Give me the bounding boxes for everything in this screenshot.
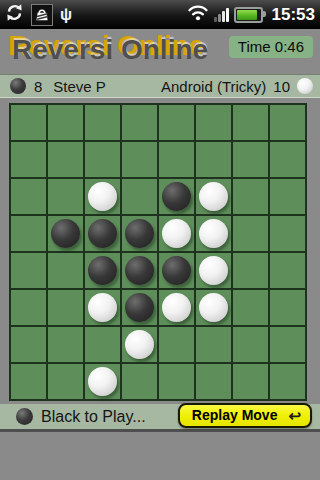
white-disc xyxy=(125,330,154,359)
cell-a3[interactable] xyxy=(11,179,46,214)
black-player-name: Steve P xyxy=(53,78,106,95)
cell-h4[interactable] xyxy=(270,216,305,251)
cell-a7[interactable] xyxy=(11,327,46,362)
status-bar-right: 15:53 xyxy=(187,4,315,25)
cell-g5[interactable] xyxy=(233,253,268,288)
cell-c3[interactable] xyxy=(85,179,120,214)
cell-h5[interactable] xyxy=(270,253,305,288)
cell-b4[interactable] xyxy=(48,216,83,251)
footer-bar: Black to Play... Replay Move ↩ xyxy=(0,404,320,432)
cell-g3[interactable] xyxy=(233,179,268,214)
cell-b1[interactable] xyxy=(48,105,83,140)
white-disc xyxy=(199,219,228,248)
cell-f3[interactable] xyxy=(196,179,231,214)
black-disc xyxy=(88,219,117,248)
cell-a5[interactable] xyxy=(11,253,46,288)
cell-g6[interactable] xyxy=(233,290,268,325)
board xyxy=(9,103,307,401)
status-bar-left: ψ xyxy=(5,3,72,26)
cell-c2[interactable] xyxy=(85,142,120,177)
cell-b8[interactable] xyxy=(48,364,83,399)
black-disc xyxy=(162,256,191,285)
cell-d6[interactable] xyxy=(122,290,157,325)
cell-c1[interactable] xyxy=(85,105,120,140)
cell-e5[interactable] xyxy=(159,253,194,288)
cell-g8[interactable] xyxy=(233,364,268,399)
cell-h8[interactable] xyxy=(270,364,305,399)
undo-arrow-icon: ↩ xyxy=(288,408,301,423)
black-disc xyxy=(125,219,154,248)
cell-b2[interactable] xyxy=(48,142,83,177)
status-bar: ψ 15:53 xyxy=(0,0,320,29)
replay-move-label: Replay Move xyxy=(192,407,278,423)
cell-c4[interactable] xyxy=(85,216,120,251)
white-disc xyxy=(199,256,228,285)
cell-b3[interactable] xyxy=(48,179,83,214)
cell-a1[interactable] xyxy=(11,105,46,140)
cell-d2[interactable] xyxy=(122,142,157,177)
replay-move-button[interactable]: Replay Move ↩ xyxy=(178,403,312,428)
cell-e2[interactable] xyxy=(159,142,194,177)
cell-d4[interactable] xyxy=(122,216,157,251)
black-score: 8 xyxy=(34,78,42,95)
black-player-disc-icon xyxy=(10,78,26,94)
cell-d7[interactable] xyxy=(122,327,157,362)
white-disc xyxy=(199,182,228,211)
white-score: 10 xyxy=(273,78,290,95)
cell-b7[interactable] xyxy=(48,327,83,362)
cell-f1[interactable] xyxy=(196,105,231,140)
cell-d1[interactable] xyxy=(122,105,157,140)
cell-d3[interactable] xyxy=(122,179,157,214)
cell-c8[interactable] xyxy=(85,364,120,399)
cell-e4[interactable] xyxy=(159,216,194,251)
turn-disc-icon xyxy=(16,408,33,425)
black-disc xyxy=(162,182,191,211)
cell-c5[interactable] xyxy=(85,253,120,288)
cell-g1[interactable] xyxy=(233,105,268,140)
cell-a6[interactable] xyxy=(11,290,46,325)
game-timer-badge: Time 0:46 xyxy=(229,36,313,58)
market-icon xyxy=(31,4,53,26)
white-disc xyxy=(88,367,117,396)
cell-e8[interactable] xyxy=(159,364,194,399)
white-player-disc-icon xyxy=(297,78,313,94)
cell-f4[interactable] xyxy=(196,216,231,251)
cell-c7[interactable] xyxy=(85,327,120,362)
app-title: Reversi Online Reversi Online xyxy=(8,31,204,62)
cell-d8[interactable] xyxy=(122,364,157,399)
cell-g7[interactable] xyxy=(233,327,268,362)
white-player-name: Android (Tricky) xyxy=(161,78,266,95)
cell-h2[interactable] xyxy=(270,142,305,177)
cell-f6[interactable] xyxy=(196,290,231,325)
white-disc xyxy=(88,182,117,211)
turn-status-text: Black to Play... xyxy=(41,408,146,426)
signal-strength-icon xyxy=(214,7,229,22)
cell-b6[interactable] xyxy=(48,290,83,325)
usb-icon: ψ xyxy=(60,7,72,23)
cell-h1[interactable] xyxy=(270,105,305,140)
white-disc xyxy=(88,293,117,322)
cell-h7[interactable] xyxy=(270,327,305,362)
cell-g2[interactable] xyxy=(233,142,268,177)
cell-d5[interactable] xyxy=(122,253,157,288)
cell-f2[interactable] xyxy=(196,142,231,177)
cell-e6[interactable] xyxy=(159,290,194,325)
cell-a4[interactable] xyxy=(11,216,46,251)
wifi-icon xyxy=(187,4,209,25)
cell-e7[interactable] xyxy=(159,327,194,362)
black-disc xyxy=(51,219,80,248)
cell-f8[interactable] xyxy=(196,364,231,399)
cell-f7[interactable] xyxy=(196,327,231,362)
cell-b5[interactable] xyxy=(48,253,83,288)
status-clock: 15:53 xyxy=(272,5,315,25)
cell-h3[interactable] xyxy=(270,179,305,214)
app-title-text: Reversi Online xyxy=(12,34,208,65)
cell-e1[interactable] xyxy=(159,105,194,140)
cell-a2[interactable] xyxy=(11,142,46,177)
cell-e3[interactable] xyxy=(159,179,194,214)
black-disc xyxy=(125,256,154,285)
cell-a8[interactable] xyxy=(11,364,46,399)
black-disc xyxy=(125,293,154,322)
cell-h6[interactable] xyxy=(270,290,305,325)
black-disc xyxy=(88,256,117,285)
cell-c6[interactable] xyxy=(85,290,120,325)
white-disc xyxy=(162,219,191,248)
title-bar: Reversi Online Reversi Online Time 0:46 xyxy=(0,29,320,74)
sync-icon xyxy=(5,3,24,26)
white-disc xyxy=(162,293,191,322)
cell-g4[interactable] xyxy=(233,216,268,251)
white-disc xyxy=(199,293,228,322)
cell-f5[interactable] xyxy=(196,253,231,288)
score-bar: 8 Steve P Android (Tricky) 10 xyxy=(0,74,320,98)
battery-icon xyxy=(234,7,263,23)
